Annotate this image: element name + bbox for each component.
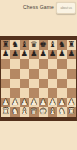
square-g5[interactable] (57, 69, 66, 79)
square-f4[interactable] (48, 79, 57, 89)
square-e8[interactable]: ♚ (39, 40, 48, 50)
white-rook-icon: ♜ (68, 108, 75, 116)
black-pawn-icon: ♟ (49, 50, 56, 58)
square-f8[interactable]: ♝ (48, 40, 57, 50)
square-d6[interactable] (29, 59, 38, 69)
square-h8[interactable]: ♜ (67, 40, 76, 50)
white-pawn-icon: ♟ (11, 98, 18, 106)
square-f3[interactable] (48, 88, 57, 98)
square-h4[interactable] (67, 79, 76, 89)
square-f6[interactable] (48, 59, 57, 69)
square-c7[interactable]: ♟ (20, 50, 29, 60)
square-a3[interactable] (1, 88, 10, 98)
square-e4[interactable] (39, 79, 48, 89)
square-f5[interactable] (48, 69, 57, 79)
white-queen-icon: ♛ (30, 108, 37, 116)
black-king-icon: ♚ (40, 40, 47, 48)
square-a6[interactable] (1, 59, 10, 69)
square-b2[interactable]: ♟ (10, 98, 19, 108)
black-rook-icon: ♜ (2, 40, 9, 48)
black-knight-icon: ♞ (11, 40, 18, 48)
white-pawn-icon: ♟ (30, 98, 37, 106)
black-bishop-icon: ♝ (21, 40, 28, 48)
square-e1[interactable]: ♚ (39, 107, 48, 117)
square-d3[interactable] (29, 88, 38, 98)
black-knight-icon: ♞ (58, 40, 65, 48)
chess-board-frame: ♜♞♝♛♚♝♞♜♟♟♟♟♟♟♟♟♟♟♟♟♟♟♟♟♜♞♝♛♚♝♞♜ (0, 36, 77, 121)
black-pawn-icon: ♟ (30, 50, 37, 58)
square-e5[interactable] (39, 69, 48, 79)
square-c4[interactable] (20, 79, 29, 89)
square-c2[interactable]: ♟ (20, 98, 29, 108)
square-c5[interactable] (20, 69, 29, 79)
black-rook-icon: ♜ (68, 40, 75, 48)
square-g4[interactable] (57, 79, 66, 89)
about-us-button[interactable]: about us (56, 2, 76, 14)
square-h6[interactable] (67, 59, 76, 69)
square-g2[interactable]: ♟ (57, 98, 66, 108)
black-bishop-icon: ♝ (49, 40, 56, 48)
square-f7[interactable]: ♟ (48, 50, 57, 60)
square-d7[interactable]: ♟ (29, 50, 38, 60)
square-a1[interactable]: ♜ (1, 107, 10, 117)
square-f2[interactable]: ♟ (48, 98, 57, 108)
square-c6[interactable] (20, 59, 29, 69)
square-c8[interactable]: ♝ (20, 40, 29, 50)
square-a8[interactable]: ♜ (1, 40, 10, 50)
white-pawn-icon: ♟ (68, 98, 75, 106)
white-pawn-icon: ♟ (58, 98, 65, 106)
black-pawn-icon: ♟ (21, 50, 28, 58)
black-pawn-icon: ♟ (68, 50, 75, 58)
white-knight-icon: ♞ (11, 108, 18, 116)
square-d2[interactable]: ♟ (29, 98, 38, 108)
square-e3[interactable] (39, 88, 48, 98)
square-g7[interactable]: ♟ (57, 50, 66, 60)
square-c1[interactable]: ♝ (20, 107, 29, 117)
white-bishop-icon: ♝ (21, 108, 28, 116)
white-king-icon: ♚ (40, 108, 47, 116)
white-knight-icon: ♞ (58, 108, 65, 116)
square-b6[interactable] (10, 59, 19, 69)
square-a7[interactable]: ♟ (1, 50, 10, 60)
square-d1[interactable]: ♛ (29, 107, 38, 117)
title-bar: Chess Game about us (0, 0, 77, 16)
square-d8[interactable]: ♛ (29, 40, 38, 50)
square-d4[interactable] (29, 79, 38, 89)
white-bishop-icon: ♝ (49, 108, 56, 116)
square-b4[interactable] (10, 79, 19, 89)
square-b1[interactable]: ♞ (10, 107, 19, 117)
square-h5[interactable] (67, 69, 76, 79)
square-g3[interactable] (57, 88, 66, 98)
square-a4[interactable] (1, 79, 10, 89)
square-b7[interactable]: ♟ (10, 50, 19, 60)
square-d5[interactable] (29, 69, 38, 79)
square-h1[interactable]: ♜ (67, 107, 76, 117)
square-h7[interactable]: ♟ (67, 50, 76, 60)
white-pawn-icon: ♟ (21, 98, 28, 106)
black-pawn-icon: ♟ (58, 50, 65, 58)
square-g1[interactable]: ♞ (57, 107, 66, 117)
black-pawn-icon: ♟ (2, 50, 9, 58)
square-b3[interactable] (10, 88, 19, 98)
square-e6[interactable] (39, 59, 48, 69)
square-e2[interactable]: ♟ (39, 98, 48, 108)
square-e7[interactable]: ♟ (39, 50, 48, 60)
square-b5[interactable] (10, 69, 19, 79)
chess-board: ♜♞♝♛♚♝♞♜♟♟♟♟♟♟♟♟♟♟♟♟♟♟♟♟♜♞♝♛♚♝♞♜ (1, 40, 76, 117)
white-pawn-icon: ♟ (2, 98, 9, 106)
black-pawn-icon: ♟ (11, 50, 18, 58)
square-b8[interactable]: ♞ (10, 40, 19, 50)
white-pawn-icon: ♟ (40, 98, 47, 106)
square-g6[interactable] (57, 59, 66, 69)
black-queen-icon: ♛ (30, 40, 37, 48)
square-h3[interactable] (67, 88, 76, 98)
black-pawn-icon: ♟ (40, 50, 47, 58)
square-a5[interactable] (1, 69, 10, 79)
white-rook-icon: ♜ (2, 108, 9, 116)
square-f1[interactable]: ♝ (48, 107, 57, 117)
square-c3[interactable] (20, 88, 29, 98)
square-a2[interactable]: ♟ (1, 98, 10, 108)
white-pawn-icon: ♟ (49, 98, 56, 106)
square-g8[interactable]: ♞ (57, 40, 66, 50)
square-h2[interactable]: ♟ (67, 98, 76, 108)
